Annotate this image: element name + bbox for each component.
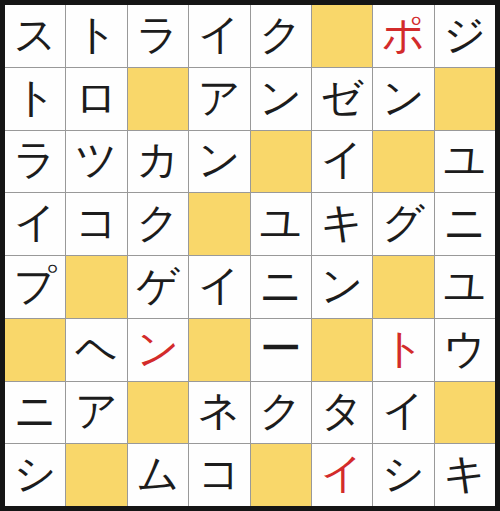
cell-r1c4[interactable]: イ — [189, 5, 249, 67]
letter: ロ — [75, 77, 118, 119]
letter: コ — [75, 202, 118, 244]
letter: ネ — [198, 390, 241, 432]
cell-r3c5 — [251, 131, 311, 193]
letter: ジ — [443, 14, 486, 56]
letter: プ — [14, 265, 57, 307]
cell-r7c2[interactable]: ア — [66, 382, 126, 444]
cell-r6c3[interactable]: ン — [128, 319, 188, 381]
cell-r1c7[interactable]: ポ — [373, 5, 433, 67]
cell-r3c3[interactable]: カ — [128, 131, 188, 193]
cell-r2c5[interactable]: ン — [251, 68, 311, 130]
cell-r8c3[interactable]: ム — [128, 444, 188, 506]
letter: ゲ — [136, 265, 179, 307]
cell-r7c7[interactable]: イ — [373, 382, 433, 444]
cell-r3c8[interactable]: ユ — [435, 131, 495, 193]
letter: ユ — [259, 202, 302, 244]
cell-r6c4 — [189, 319, 249, 381]
letter: ユ — [443, 139, 486, 181]
cell-r5c6[interactable]: ン — [312, 256, 372, 318]
cell-r6c1 — [5, 319, 65, 381]
cell-r7c5[interactable]: ク — [251, 382, 311, 444]
cell-r4c2[interactable]: コ — [66, 193, 126, 255]
cell-r8c5 — [251, 444, 311, 506]
letter: キ — [321, 202, 364, 244]
cell-r5c8[interactable]: ユ — [435, 256, 495, 318]
letter: ン — [198, 139, 241, 181]
letter: ン — [259, 77, 302, 119]
letter: ユ — [443, 265, 486, 307]
cell-r5c3[interactable]: ゲ — [128, 256, 188, 318]
cell-r2c6[interactable]: ゼ — [312, 68, 372, 130]
cell-r4c1[interactable]: イ — [5, 193, 65, 255]
letter: カ — [136, 139, 179, 181]
letter: ア — [198, 77, 241, 119]
letter: ク — [259, 14, 302, 56]
cell-r4c4 — [189, 193, 249, 255]
cell-r5c5[interactable]: ニ — [251, 256, 311, 318]
cell-r6c7[interactable]: ト — [373, 319, 433, 381]
cell-r3c7 — [373, 131, 433, 193]
letter: ヘ — [75, 328, 118, 370]
cell-r6c8[interactable]: ウ — [435, 319, 495, 381]
cell-r2c1[interactable]: ト — [5, 68, 65, 130]
red-letter: ポ — [382, 14, 425, 56]
letter: ゼ — [321, 77, 364, 119]
cell-r1c8[interactable]: ジ — [435, 5, 495, 67]
cell-r4c6[interactable]: キ — [312, 193, 372, 255]
letter: ン — [382, 77, 425, 119]
letter: ム — [136, 453, 179, 495]
cell-r1c5[interactable]: ク — [251, 5, 311, 67]
letter: ラ — [136, 14, 179, 56]
letter: ニ — [443, 202, 486, 244]
cell-r4c7[interactable]: グ — [373, 193, 433, 255]
letter: ス — [14, 14, 57, 56]
letter: ク — [136, 202, 179, 244]
cell-r8c6[interactable]: イ — [312, 444, 372, 506]
cell-r7c8 — [435, 382, 495, 444]
cell-r5c1[interactable]: プ — [5, 256, 65, 318]
cell-r2c7[interactable]: ン — [373, 68, 433, 130]
cell-r7c4[interactable]: ネ — [189, 382, 249, 444]
letter: グ — [382, 202, 425, 244]
cell-r3c4[interactable]: ン — [189, 131, 249, 193]
letter: ニ — [259, 265, 302, 307]
cell-r2c2[interactable]: ロ — [66, 68, 126, 130]
letter: コ — [198, 453, 241, 495]
cell-r6c2[interactable]: ヘ — [66, 319, 126, 381]
letter: イ — [321, 139, 364, 181]
cell-r5c7 — [373, 256, 433, 318]
cell-r4c8[interactable]: ニ — [435, 193, 495, 255]
crossword-board: ストライクポジトロアンゼンラツカンイユイコクユキグニプゲイニンユヘンートウニアネ… — [0, 0, 500, 511]
cell-r2c3 — [128, 68, 188, 130]
cell-r7c6[interactable]: タ — [312, 382, 372, 444]
red-letter: イ — [321, 453, 364, 495]
cell-r4c5[interactable]: ユ — [251, 193, 311, 255]
letter: ニ — [14, 390, 57, 432]
letter: ツ — [75, 139, 118, 181]
cell-r2c4[interactable]: ア — [189, 68, 249, 130]
letter: ト — [75, 14, 118, 56]
cell-r4c3[interactable]: ク — [128, 193, 188, 255]
cell-r7c3 — [128, 382, 188, 444]
cell-r5c4[interactable]: イ — [189, 256, 249, 318]
cell-r7c1[interactable]: ニ — [5, 382, 65, 444]
cell-r1c3[interactable]: ラ — [128, 5, 188, 67]
letter: ク — [259, 390, 302, 432]
letter: シ — [382, 453, 425, 495]
letter: イ — [198, 14, 241, 56]
cell-r8c7[interactable]: シ — [373, 444, 433, 506]
cell-r8c2 — [66, 444, 126, 506]
letter: ア — [75, 390, 118, 432]
cell-r8c4[interactable]: コ — [189, 444, 249, 506]
letter: ウ — [443, 328, 486, 370]
letter: イ — [14, 202, 57, 244]
letter: イ — [382, 390, 425, 432]
letter: シ — [14, 453, 57, 495]
letter: タ — [321, 390, 364, 432]
letter: ン — [321, 265, 364, 307]
cell-r2c8 — [435, 68, 495, 130]
cell-r3c1[interactable]: ラ — [5, 131, 65, 193]
letter: イ — [198, 265, 241, 307]
cell-r8c8[interactable]: キ — [435, 444, 495, 506]
red-letter: ン — [136, 328, 179, 370]
cell-r1c1[interactable]: ス — [5, 5, 65, 67]
cell-r3c2[interactable]: ツ — [66, 131, 126, 193]
cell-r8c1[interactable]: シ — [5, 444, 65, 506]
letter: キ — [443, 453, 486, 495]
cell-r1c2[interactable]: ト — [66, 5, 126, 67]
letter: ト — [14, 77, 57, 119]
cell-r1c6 — [312, 5, 372, 67]
cell-r5c2 — [66, 256, 126, 318]
cell-r3c6[interactable]: イ — [312, 131, 372, 193]
letter: ー — [260, 328, 302, 370]
cell-r6c6 — [312, 319, 372, 381]
cell-r6c5[interactable]: ー — [251, 319, 311, 381]
crossword-grid: ストライクポジトロアンゼンラツカンイユイコクユキグニプゲイニンユヘンートウニアネ… — [5, 5, 495, 506]
letter: ラ — [14, 139, 57, 181]
red-letter: ト — [382, 328, 425, 370]
